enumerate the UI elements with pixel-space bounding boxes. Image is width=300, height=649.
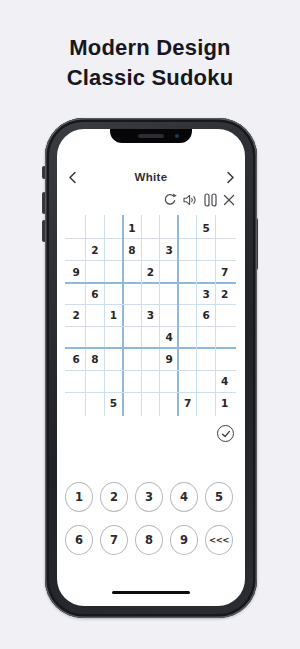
sudoku-grid: 15283927632213646894571	[67, 217, 234, 414]
sudoku-cell-r3c5[interactable]: 2	[141, 261, 160, 283]
sudoku-cell-r1c6[interactable]	[160, 217, 179, 239]
grid-line	[122, 215, 124, 416]
check-button[interactable]	[217, 425, 234, 442]
numpad-button-2[interactable]: 2	[100, 482, 128, 512]
sudoku-cell-r3c6[interactable]	[160, 261, 179, 283]
sudoku-cell-r6c5[interactable]	[141, 326, 160, 348]
page-title-line1: Modern Design	[0, 33, 300, 63]
sudoku-cell-r4c6[interactable]	[160, 283, 179, 305]
grid-line	[159, 215, 160, 416]
sudoku-cell-r5c3[interactable]: 1	[104, 305, 123, 327]
sudoku-cell-r5c9[interactable]	[215, 305, 234, 327]
sudoku-cell-r8c9[interactable]: 4	[215, 370, 234, 392]
sudoku-cell-r7c7[interactable]	[178, 348, 197, 370]
sudoku-cell-r6c2[interactable]	[86, 326, 105, 348]
sudoku-cell-r7c1[interactable]: 6	[67, 348, 86, 370]
sudoku-cell-r1c3[interactable]	[104, 217, 123, 239]
level-title: White	[57, 171, 245, 183]
grid-line	[65, 347, 236, 349]
sudoku-cell-r6c9[interactable]	[215, 326, 234, 348]
sudoku-cell-r9c1[interactable]	[67, 392, 86, 414]
numpad-button-7[interactable]: 7	[100, 525, 128, 555]
grid-line	[65, 304, 236, 305]
grid-line	[65, 238, 236, 239]
sudoku-cell-r4c7[interactable]	[178, 283, 197, 305]
sudoku-cell-r7c6[interactable]: 9	[160, 348, 179, 370]
sudoku-cell-r9c8[interactable]	[197, 392, 216, 414]
grid-line	[65, 326, 236, 327]
sudoku-cell-r5c2[interactable]	[86, 305, 105, 327]
speaker-icon	[183, 193, 198, 207]
close-icon	[223, 194, 235, 206]
grid-line	[65, 392, 236, 393]
app-header: White	[57, 170, 245, 184]
sudoku-cell-r2c6[interactable]: 3	[160, 239, 179, 261]
sudoku-cells: 15283927632213646894571	[67, 217, 234, 414]
restart-icon	[163, 193, 177, 207]
sudoku-cell-r3c8[interactable]	[197, 261, 216, 283]
sudoku-cell-r8c2[interactable]	[86, 370, 105, 392]
sudoku-cell-r5c1[interactable]: 2	[67, 305, 86, 327]
sudoku-cell-r9c3[interactable]: 5	[104, 392, 123, 414]
sudoku-cell-r4c1[interactable]	[67, 283, 86, 305]
numpad-button-9[interactable]: 9	[170, 525, 198, 555]
sudoku-cell-r5c8[interactable]: 6	[197, 305, 216, 327]
phone-frame: White	[45, 118, 257, 618]
sudoku-cell-r9c4[interactable]	[123, 392, 142, 414]
sudoku-cell-r6c3[interactable]	[104, 326, 123, 348]
sudoku-cell-r2c1[interactable]	[67, 239, 86, 261]
grid-line	[65, 282, 236, 284]
sudoku-cell-r9c9[interactable]: 1	[215, 392, 234, 414]
check-icon	[219, 427, 233, 441]
grid-line	[85, 215, 86, 416]
numpad-button-5[interactable]: 5	[205, 482, 233, 512]
numpad: 123456789<<<	[65, 482, 233, 555]
sudoku-cell-r1c9[interactable]	[215, 217, 234, 239]
sudoku-cell-r5c7[interactable]	[178, 305, 197, 327]
notch	[110, 129, 192, 143]
numpad-button-6[interactable]: 6	[65, 525, 93, 555]
sudoku-cell-r2c9[interactable]	[215, 239, 234, 261]
grid-line	[141, 215, 142, 416]
page-title-line2: Classic Sudoku	[0, 63, 300, 93]
sudoku-cell-r5c6[interactable]	[160, 305, 179, 327]
sudoku-cell-r4c4[interactable]	[123, 283, 142, 305]
sudoku-cell-r9c7[interactable]: 7	[178, 392, 197, 414]
sudoku-cell-r6c6[interactable]: 4	[160, 326, 179, 348]
sudoku-cell-r8c1[interactable]	[67, 370, 86, 392]
sudoku-cell-r6c7[interactable]	[178, 326, 197, 348]
sudoku-cell-r6c8[interactable]	[197, 326, 216, 348]
grid-line	[65, 370, 236, 371]
pause-icon	[204, 193, 217, 207]
sudoku-cell-r3c4[interactable]	[123, 261, 142, 283]
sudoku-cell-r8c6[interactable]	[160, 370, 179, 392]
sudoku-cell-r2c4[interactable]: 8	[123, 239, 142, 261]
sudoku-cell-r2c2[interactable]: 2	[86, 239, 105, 261]
pause-button[interactable]	[204, 193, 217, 207]
earpiece-speaker	[138, 134, 164, 138]
sudoku-cell-r1c5[interactable]	[141, 217, 160, 239]
sound-button[interactable]	[183, 193, 198, 207]
sudoku-cell-r4c3[interactable]	[104, 283, 123, 305]
chevron-right-icon	[226, 171, 235, 184]
phone-screen: White	[57, 129, 245, 606]
sudoku-cell-r4c2[interactable]: 6	[86, 283, 105, 305]
sudoku-cell-r2c3[interactable]	[104, 239, 123, 261]
sudoku-cell-r8c7[interactable]	[178, 370, 197, 392]
toolbar	[163, 192, 235, 207]
grid-line	[65, 260, 236, 261]
sudoku-cell-r7c8[interactable]	[197, 348, 216, 370]
sudoku-cell-r8c3[interactable]	[104, 370, 123, 392]
sudoku-cell-r6c4[interactable]	[123, 326, 142, 348]
sudoku-cell-r2c5[interactable]	[141, 239, 160, 261]
page-title: Modern Design Classic Sudoku	[0, 33, 300, 93]
sudoku-cell-r7c4[interactable]	[123, 348, 142, 370]
sudoku-cell-r9c6[interactable]	[160, 392, 179, 414]
sudoku-cell-r1c1[interactable]	[67, 217, 86, 239]
front-camera	[175, 134, 180, 139]
grid-line	[196, 215, 197, 416]
sudoku-cell-r8c8[interactable]	[197, 370, 216, 392]
grid-line	[177, 215, 179, 416]
restart-button[interactable]	[163, 193, 177, 207]
numpad-button-4[interactable]: 4	[170, 482, 198, 512]
sudoku-cell-r9c2[interactable]	[86, 392, 105, 414]
next-level-button[interactable]	[222, 169, 238, 185]
sudoku-cell-r7c9[interactable]	[215, 348, 234, 370]
page-background: { "page_title": { "line1": "Modern Desig…	[0, 0, 300, 649]
sudoku-cell-r4c5[interactable]	[141, 283, 160, 305]
sudoku-cell-r3c1[interactable]: 9	[67, 261, 86, 283]
grid-line	[104, 215, 105, 416]
sudoku-cell-r1c8[interactable]: 5	[197, 217, 216, 239]
chevron-left-icon	[68, 171, 77, 184]
numpad-button-1[interactable]: 1	[65, 482, 93, 512]
sudoku-cell-r1c7[interactable]	[178, 217, 197, 239]
close-button[interactable]	[223, 194, 235, 206]
sudoku-cell-r5c5[interactable]: 3	[141, 305, 160, 327]
sudoku-cell-r3c7[interactable]	[178, 261, 197, 283]
sudoku-cell-r9c5[interactable]	[141, 392, 160, 414]
numpad-button-8[interactable]: 8	[135, 525, 163, 555]
sudoku-cell-r5c4[interactable]	[123, 305, 142, 327]
sudoku-cell-r3c3[interactable]	[104, 261, 123, 283]
prev-level-button[interactable]	[64, 169, 80, 185]
sudoku-cell-r3c2[interactable]	[86, 261, 105, 283]
sudoku-cell-r7c5[interactable]	[141, 348, 160, 370]
sudoku-cell-r1c2[interactable]	[86, 217, 105, 239]
sudoku-cell-r7c3[interactable]	[104, 348, 123, 370]
sudoku-cell-r8c5[interactable]	[141, 370, 160, 392]
home-indicator	[112, 591, 190, 594]
sudoku-cell-r4c9[interactable]: 2	[215, 283, 234, 305]
sudoku-cell-r2c8[interactable]	[197, 239, 216, 261]
sudoku-cell-r7c2[interactable]: 8	[86, 348, 105, 370]
sudoku-cell-r4c8[interactable]: 3	[197, 283, 216, 305]
numpad-button-3[interactable]: 3	[135, 482, 163, 512]
numpad-button-erase[interactable]: <<<	[205, 525, 233, 555]
sudoku-cell-r8c4[interactable]	[123, 370, 142, 392]
grid-line	[215, 215, 216, 416]
sudoku-cell-r6c1[interactable]	[67, 326, 86, 348]
sudoku-cell-r1c4[interactable]: 1	[123, 217, 142, 239]
sudoku-cell-r3c9[interactable]: 7	[215, 261, 234, 283]
sudoku-cell-r2c7[interactable]	[178, 239, 197, 261]
